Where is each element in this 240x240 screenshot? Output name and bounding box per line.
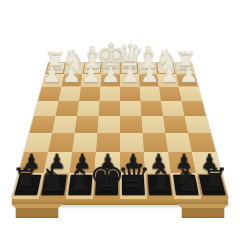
square-e2[interactable]: ♟ <box>100 74 120 87</box>
piece-bN-b8[interactable]: ♞ <box>173 163 203 196</box>
piece-bR-h8[interactable]: ♜ <box>11 164 40 196</box>
board-foot-right <box>177 204 229 218</box>
square-f3[interactable] <box>79 87 100 101</box>
square-g2[interactable]: ♟ <box>61 74 82 87</box>
square-g4[interactable] <box>55 101 79 116</box>
square-e4[interactable] <box>98 101 120 116</box>
square-a3[interactable] <box>179 87 202 101</box>
square-f2[interactable]: ♟ <box>81 74 101 87</box>
square-c8[interactable]: ♝ <box>145 173 174 197</box>
square-a4[interactable] <box>181 101 206 116</box>
piece-wP-c2[interactable]: ♟ <box>140 64 159 86</box>
square-c3[interactable] <box>140 87 161 101</box>
edge-checker-strip <box>12 196 228 199</box>
piece-wP-a2[interactable]: ♟ <box>179 64 198 86</box>
square-e8[interactable]: ♚ <box>93 173 120 197</box>
square-d4[interactable] <box>120 101 142 116</box>
square-e5[interactable] <box>97 116 120 133</box>
square-d5[interactable] <box>120 116 143 133</box>
square-d3[interactable] <box>120 87 140 101</box>
square-e3[interactable] <box>100 87 120 101</box>
square-f5[interactable] <box>75 116 99 133</box>
square-g5[interactable] <box>52 116 77 133</box>
square-c2[interactable]: ♟ <box>139 74 159 87</box>
square-b2[interactable]: ♟ <box>157 74 178 87</box>
square-h2[interactable]: ♟ <box>42 74 64 87</box>
square-b8[interactable]: ♞ <box>171 173 201 197</box>
piece-wP-e2[interactable]: ♟ <box>100 64 119 86</box>
square-a8[interactable]: ♜ <box>196 173 228 197</box>
piece-wP-b2[interactable]: ♟ <box>159 64 178 86</box>
square-d8[interactable]: ♛ <box>120 173 147 197</box>
piece-wP-h2[interactable]: ♟ <box>42 64 61 86</box>
piece-bB-c8[interactable]: ♝ <box>145 161 176 196</box>
piece-wP-f2[interactable]: ♟ <box>81 64 100 86</box>
square-c4[interactable] <box>140 101 163 116</box>
piece-bR-a8[interactable]: ♜ <box>200 164 229 196</box>
chess-board[interactable]: ♜♞♝♚♛♝♞♜♟♟♟♟♟♟♟♟♟♟♟♟♟♟♟♟♜♞♝♚♛♝♞♜ <box>12 63 228 197</box>
piece-wP-g2[interactable]: ♟ <box>61 64 80 86</box>
square-d2[interactable]: ♟ <box>120 74 140 87</box>
square-a5[interactable] <box>185 116 211 133</box>
board-foot-left <box>11 204 63 218</box>
piece-wP-d2[interactable]: ♟ <box>120 64 139 86</box>
scene: ♜♞♝♚♛♝♞♜♟♟♟♟♟♟♟♟♟♟♟♟♟♟♟♟♜♞♝♚♛♝♞♜ <box>0 0 240 240</box>
square-a2[interactable]: ♟ <box>176 74 198 87</box>
piece-bN-g8[interactable]: ♞ <box>38 163 68 196</box>
board-front-edge <box>12 196 228 205</box>
square-f4[interactable] <box>77 101 100 116</box>
square-g3[interactable] <box>59 87 81 101</box>
square-c5[interactable] <box>142 116 166 133</box>
